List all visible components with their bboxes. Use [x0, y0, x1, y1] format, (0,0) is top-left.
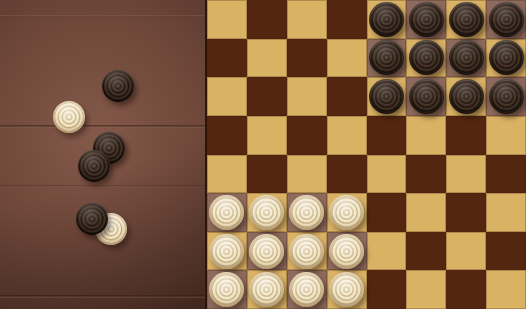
dark-piece[interactable] — [409, 79, 444, 114]
square-g7[interactable] — [446, 39, 486, 78]
square-f1[interactable] — [406, 270, 446, 309]
square-c6[interactable] — [287, 77, 327, 116]
square-e7[interactable] — [367, 39, 407, 78]
square-d4[interactable] — [327, 155, 367, 194]
square-f4[interactable] — [406, 155, 446, 194]
light-piece[interactable] — [329, 272, 364, 307]
game-table — [0, 0, 526, 309]
dark-piece[interactable] — [449, 2, 484, 37]
light-piece[interactable] — [249, 195, 284, 230]
square-h5[interactable] — [486, 116, 526, 155]
dark-piece[interactable] — [489, 2, 524, 37]
square-e2[interactable] — [367, 232, 407, 271]
square-g2[interactable] — [446, 232, 486, 271]
square-d6[interactable] — [327, 77, 367, 116]
square-g1[interactable] — [446, 270, 486, 309]
dark-piece[interactable] — [369, 2, 404, 37]
square-a6[interactable] — [207, 77, 247, 116]
square-g4[interactable] — [446, 155, 486, 194]
light-piece[interactable] — [289, 195, 324, 230]
square-h1[interactable] — [486, 270, 526, 309]
square-f6[interactable] — [406, 77, 446, 116]
square-e6[interactable] — [367, 77, 407, 116]
spare-light-piece — [53, 101, 85, 133]
square-f3[interactable] — [406, 193, 446, 232]
square-c1[interactable] — [287, 270, 327, 309]
square-h4[interactable] — [486, 155, 526, 194]
light-piece[interactable] — [329, 234, 364, 269]
square-f2[interactable] — [406, 232, 446, 271]
square-e8[interactable] — [367, 0, 407, 39]
square-d8[interactable] — [327, 0, 367, 39]
square-b7[interactable] — [247, 39, 287, 78]
square-a5[interactable] — [207, 116, 247, 155]
square-c2[interactable] — [287, 232, 327, 271]
spare-dark-piece — [78, 150, 110, 182]
plank-seam — [0, 125, 205, 128]
square-c7[interactable] — [287, 39, 327, 78]
table-area — [0, 0, 205, 309]
square-c8[interactable] — [287, 0, 327, 39]
square-a1[interactable] — [207, 270, 247, 309]
square-d7[interactable] — [327, 39, 367, 78]
light-piece[interactable] — [289, 272, 324, 307]
light-piece[interactable] — [249, 272, 284, 307]
square-h2[interactable] — [486, 232, 526, 271]
square-g5[interactable] — [446, 116, 486, 155]
checkers-board — [205, 0, 526, 309]
square-c4[interactable] — [287, 155, 327, 194]
spare-dark-piece — [102, 70, 134, 102]
square-d1[interactable] — [327, 270, 367, 309]
dark-piece[interactable] — [489, 40, 524, 75]
dark-piece[interactable] — [449, 79, 484, 114]
square-a2[interactable] — [207, 232, 247, 271]
light-piece[interactable] — [289, 234, 324, 269]
dark-piece[interactable] — [489, 79, 524, 114]
square-a7[interactable] — [207, 39, 247, 78]
square-h8[interactable] — [486, 0, 526, 39]
plank-seam — [0, 295, 205, 298]
light-piece[interactable] — [209, 234, 244, 269]
dark-piece[interactable] — [409, 2, 444, 37]
square-b2[interactable] — [247, 232, 287, 271]
square-e4[interactable] — [367, 155, 407, 194]
square-d2[interactable] — [327, 232, 367, 271]
light-piece[interactable] — [209, 272, 244, 307]
dark-piece[interactable] — [449, 40, 484, 75]
square-a4[interactable] — [207, 155, 247, 194]
square-g8[interactable] — [446, 0, 486, 39]
square-a3[interactable] — [207, 193, 247, 232]
light-piece[interactable] — [209, 195, 244, 230]
plank-seam — [0, 185, 205, 186]
light-piece[interactable] — [329, 195, 364, 230]
square-b5[interactable] — [247, 116, 287, 155]
dark-piece[interactable] — [369, 79, 404, 114]
square-e3[interactable] — [367, 193, 407, 232]
square-b8[interactable] — [247, 0, 287, 39]
square-g6[interactable] — [446, 77, 486, 116]
square-a8[interactable] — [207, 0, 247, 39]
square-h6[interactable] — [486, 77, 526, 116]
plank-seam — [0, 15, 205, 17]
light-piece[interactable] — [249, 234, 284, 269]
dark-piece[interactable] — [369, 40, 404, 75]
dark-piece[interactable] — [409, 40, 444, 75]
square-d3[interactable] — [327, 193, 367, 232]
square-b1[interactable] — [247, 270, 287, 309]
square-b6[interactable] — [247, 77, 287, 116]
spare-dark-piece — [76, 203, 108, 235]
square-c3[interactable] — [287, 193, 327, 232]
square-b4[interactable] — [247, 155, 287, 194]
square-d5[interactable] — [327, 116, 367, 155]
square-b3[interactable] — [247, 193, 287, 232]
square-f8[interactable] — [406, 0, 446, 39]
square-e1[interactable] — [367, 270, 407, 309]
square-e5[interactable] — [367, 116, 407, 155]
square-h3[interactable] — [486, 193, 526, 232]
square-g3[interactable] — [446, 193, 486, 232]
square-h7[interactable] — [486, 39, 526, 78]
square-c5[interactable] — [287, 116, 327, 155]
square-f7[interactable] — [406, 39, 446, 78]
square-f5[interactable] — [406, 116, 446, 155]
